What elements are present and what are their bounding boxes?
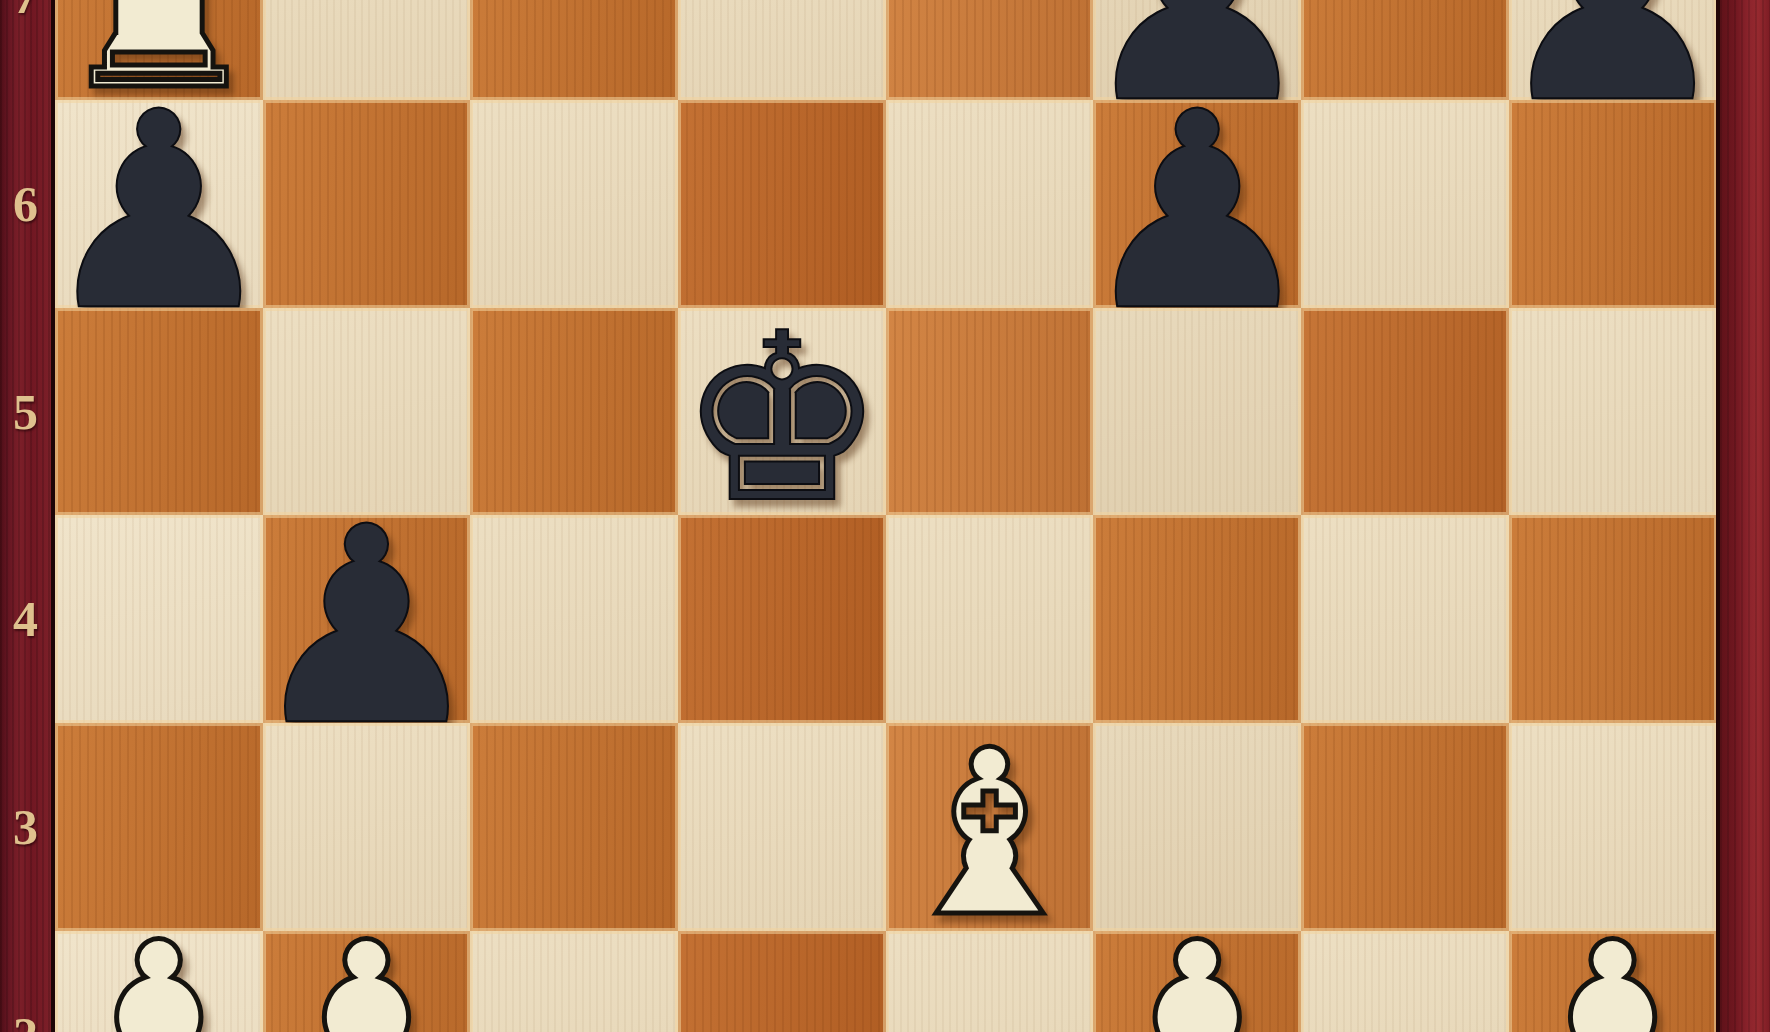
rank-label-5: 5	[0, 383, 51, 441]
square-f6[interactable]: ♟	[1093, 100, 1301, 308]
square-d3[interactable]	[678, 723, 886, 931]
board-frame-left	[0, 0, 55, 1032]
white-pawn[interactable]: ♟	[1075, 907, 1319, 1032]
square-a5[interactable]	[55, 308, 263, 516]
square-h4[interactable]	[1509, 515, 1717, 723]
square-e5[interactable]	[886, 308, 1094, 516]
black-king[interactable]: ♚	[678, 302, 886, 534]
board-frame-right	[1716, 0, 1770, 1032]
rank-label-2: 2	[0, 1006, 51, 1032]
square-g3[interactable]	[1301, 723, 1509, 931]
chessboard-screenshot: ♜♟♟♟♟♚♟♝♟♟♟♟ 765432	[0, 0, 1770, 1032]
square-c3[interactable]	[470, 723, 678, 931]
square-a2[interactable]: ♟	[55, 931, 263, 1032]
square-d6[interactable]	[678, 100, 886, 308]
square-a6[interactable]: ♟	[55, 100, 263, 308]
square-g5[interactable]	[1301, 308, 1509, 516]
white-pawn[interactable]: ♟	[1491, 907, 1735, 1032]
rank-label-6: 6	[0, 175, 51, 233]
square-g4[interactable]	[1301, 515, 1509, 723]
chessboard: ♜♟♟♟♟♚♟♝♟♟♟♟	[55, 0, 1717, 1032]
square-b7[interactable]	[263, 0, 471, 100]
square-g2[interactable]	[1301, 931, 1509, 1032]
square-c4[interactable]	[470, 515, 678, 723]
square-h7[interactable]: ♟	[1509, 0, 1717, 100]
square-d4[interactable]	[678, 515, 886, 723]
square-c7[interactable]	[470, 0, 678, 100]
white-pawn[interactable]: ♟	[245, 907, 489, 1032]
square-g7[interactable]	[1301, 0, 1509, 100]
square-f2[interactable]: ♟	[1093, 931, 1301, 1032]
square-h2[interactable]: ♟	[1509, 931, 1717, 1032]
square-h6[interactable]	[1509, 100, 1717, 308]
square-c6[interactable]	[470, 100, 678, 308]
square-e2[interactable]	[886, 931, 1094, 1032]
square-e4[interactable]	[886, 515, 1094, 723]
rank-label-7: 7	[0, 0, 51, 25]
square-e3[interactable]: ♝	[886, 723, 1094, 931]
square-a4[interactable]	[55, 515, 263, 723]
square-d5[interactable]: ♚	[678, 308, 886, 516]
square-d7[interactable]	[678, 0, 886, 100]
square-e6[interactable]	[886, 100, 1094, 308]
square-f5[interactable]	[1093, 308, 1301, 516]
square-f4[interactable]	[1093, 515, 1301, 723]
white-bishop[interactable]: ♝	[887, 720, 1091, 948]
square-b4[interactable]: ♟	[263, 515, 471, 723]
square-b2[interactable]: ♟	[263, 931, 471, 1032]
square-b6[interactable]	[263, 100, 471, 308]
rank-label-4: 4	[0, 590, 51, 648]
square-e7[interactable]	[886, 0, 1094, 100]
square-d2[interactable]	[678, 931, 886, 1032]
rank-label-3: 3	[0, 798, 51, 856]
square-g6[interactable]	[1301, 100, 1509, 308]
square-c2[interactable]	[470, 931, 678, 1032]
square-c5[interactable]	[470, 308, 678, 516]
square-h5[interactable]	[1509, 308, 1717, 516]
